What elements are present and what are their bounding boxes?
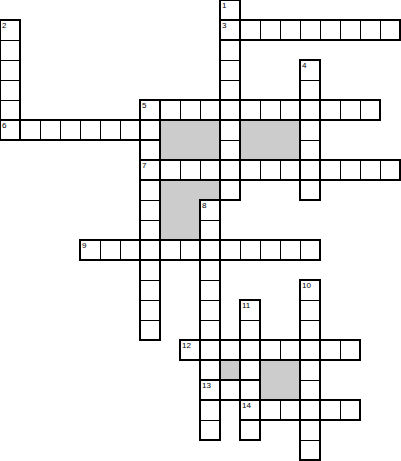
- cell-r7-c15[interactable]: [300, 140, 321, 161]
- cell-r18-c12[interactable]: [240, 360, 261, 381]
- cell-r18-c10[interactable]: [200, 360, 221, 381]
- cell-r1-c18[interactable]: [360, 20, 381, 41]
- cell-r20-c17[interactable]: [340, 400, 361, 421]
- cell-r12-c11[interactable]: [220, 240, 241, 261]
- cell-r12-c12[interactable]: [240, 240, 261, 261]
- blocked-cell-r6-c14: [281, 121, 301, 141]
- blocked-cell-r19-c13: [261, 381, 281, 401]
- cell-r10-c7[interactable]: [140, 200, 161, 221]
- cell-r16-c10[interactable]: [200, 320, 221, 341]
- cell-r15-c7[interactable]: [140, 300, 161, 321]
- cell-r6-c2[interactable]: [40, 120, 61, 141]
- cell-r12-c9[interactable]: [180, 240, 201, 261]
- cell-r4-c11[interactable]: [220, 80, 241, 101]
- cell-r6-c0[interactable]: [0, 120, 21, 141]
- blocked-cell-r7-c13: [261, 141, 281, 161]
- cell-r7-c7[interactable]: [140, 140, 161, 161]
- cell-r19-c12[interactable]: [240, 380, 261, 401]
- cell-r2-c11[interactable]: [220, 40, 241, 61]
- blocked-cell-r6-c12: [241, 121, 261, 141]
- cell-r1-c11[interactable]: [220, 20, 241, 41]
- blocked-cell-r6-c10: [201, 121, 221, 141]
- cell-r5-c9[interactable]: [180, 100, 201, 121]
- cell-r12-c8[interactable]: [160, 240, 181, 261]
- blocked-cell-r7-c10: [201, 141, 221, 161]
- blocked-cell-r18-c11: [221, 361, 241, 381]
- cell-r4-c15[interactable]: [300, 80, 321, 101]
- cell-r17-c17[interactable]: [340, 340, 361, 361]
- blocked-cell-r7-c12: [241, 141, 261, 161]
- cell-r15-c10[interactable]: [200, 300, 221, 321]
- cell-r1-c0[interactable]: [0, 20, 21, 41]
- cell-r12-c4[interactable]: [80, 240, 101, 261]
- cell-r11-c10[interactable]: [200, 220, 221, 241]
- cell-r8-c18[interactable]: [360, 160, 381, 181]
- blocked-cell-r10-c9: [181, 201, 201, 221]
- cell-r20-c13[interactable]: [260, 400, 281, 421]
- cell-r3-c0[interactable]: [0, 60, 21, 81]
- cell-r20-c12[interactable]: [240, 400, 261, 421]
- cell-r8-c12[interactable]: [240, 160, 261, 181]
- cell-r10-c10[interactable]: [200, 200, 221, 221]
- cell-r15-c15[interactable]: [300, 300, 321, 321]
- cell-r6-c11[interactable]: [220, 120, 241, 141]
- cell-r17-c16[interactable]: [320, 340, 341, 361]
- cell-r5-c0[interactable]: [0, 100, 21, 121]
- cell-r6-c5[interactable]: [100, 120, 121, 141]
- cell-r9-c7[interactable]: [140, 180, 161, 201]
- cell-r19-c15[interactable]: [300, 380, 321, 401]
- cell-r17-c14[interactable]: [280, 340, 301, 361]
- cell-r1-c14[interactable]: [280, 20, 301, 41]
- cell-r6-c7[interactable]: [140, 120, 161, 141]
- cell-r22-c15[interactable]: [300, 440, 321, 461]
- cell-r1-c13[interactable]: [260, 20, 281, 41]
- cell-r9-c11[interactable]: [220, 180, 241, 201]
- cell-r8-c13[interactable]: [260, 160, 281, 181]
- blocked-cell-r7-c14: [281, 141, 301, 161]
- blocked-cell-r6-c13: [261, 121, 281, 141]
- blocked-cell-r10-c8: [161, 201, 181, 221]
- cell-r1-c15[interactable]: [300, 20, 321, 41]
- cell-r12-c5[interactable]: [100, 240, 121, 261]
- cell-r3-c15[interactable]: [300, 60, 321, 81]
- cell-r5-c12[interactable]: [240, 100, 261, 121]
- cell-r5-c7[interactable]: [140, 100, 161, 121]
- cell-r16-c12[interactable]: [240, 320, 261, 341]
- cell-r5-c14[interactable]: [280, 100, 301, 121]
- cell-r20-c16[interactable]: [320, 400, 341, 421]
- blocked-cell-r7-c8: [161, 141, 181, 161]
- cell-r5-c8[interactable]: [160, 100, 181, 121]
- cell-r5-c13[interactable]: [260, 100, 281, 121]
- cell-r17-c9[interactable]: [180, 340, 201, 361]
- cell-r8-c11[interactable]: [220, 160, 241, 181]
- cell-r16-c15[interactable]: [300, 320, 321, 341]
- blocked-cell-r18-c14: [281, 361, 301, 381]
- crossword-grid: 1234567891011121314: [0, 0, 401, 461]
- cell-r2-c0[interactable]: [0, 40, 21, 61]
- blocked-cell-r7-c9: [181, 141, 201, 161]
- blocked-cell-r9-c10: [201, 181, 221, 201]
- cell-r13-c10[interactable]: [200, 260, 221, 281]
- cell-r12-c6[interactable]: [120, 240, 141, 261]
- blocked-cell-r6-c8: [161, 121, 181, 141]
- cell-r1-c16[interactable]: [320, 20, 341, 41]
- blocked-cell-r6-c9: [181, 121, 201, 141]
- cell-r5-c15[interactable]: [300, 100, 321, 121]
- cell-r17-c13[interactable]: [260, 340, 281, 361]
- cell-r1-c17[interactable]: [340, 20, 361, 41]
- cell-r7-c11[interactable]: [220, 140, 241, 161]
- cell-r12-c15[interactable]: [300, 240, 321, 261]
- cell-r17-c10[interactable]: [200, 340, 221, 361]
- cell-r8-c9[interactable]: [180, 160, 201, 181]
- cell-r17-c11[interactable]: [220, 340, 241, 361]
- blocked-cell-r18-c13: [261, 361, 281, 381]
- cell-r11-c7[interactable]: [140, 220, 161, 241]
- cell-r12-c7[interactable]: [140, 240, 161, 261]
- cell-r8-c7[interactable]: [140, 160, 161, 181]
- cell-r20-c14[interactable]: [280, 400, 301, 421]
- cell-r21-c12[interactable]: [240, 420, 261, 441]
- cell-r21-c10[interactable]: [200, 420, 221, 441]
- blocked-cell-r19-c14: [281, 381, 301, 401]
- cell-r9-c15[interactable]: [300, 180, 321, 201]
- cell-r3-c11[interactable]: [220, 60, 241, 81]
- cell-r12-c13[interactable]: [260, 240, 281, 261]
- cell-r15-c12[interactable]: [240, 300, 261, 321]
- cell-r14-c7[interactable]: [140, 280, 161, 301]
- cell-r8-c16[interactable]: [320, 160, 341, 181]
- cell-r17-c15[interactable]: [300, 340, 321, 361]
- cell-r1-c12[interactable]: [240, 20, 261, 41]
- cell-r5-c11[interactable]: [220, 100, 241, 121]
- cell-r5-c18[interactable]: [360, 100, 381, 121]
- cell-r17-c12[interactable]: [240, 340, 261, 361]
- blocked-cell-r9-c9: [181, 181, 201, 201]
- cell-r13-c7[interactable]: [140, 260, 161, 281]
- cell-r8-c15[interactable]: [300, 160, 321, 181]
- blocked-cell-r11-c8: [161, 221, 181, 241]
- cell-r6-c6[interactable]: [120, 120, 141, 141]
- cell-r18-c15[interactable]: [300, 360, 321, 381]
- cell-r8-c17[interactable]: [340, 160, 361, 181]
- cell-r20-c10[interactable]: [200, 400, 221, 421]
- cell-r8-c10[interactable]: [200, 160, 221, 181]
- cell-r4-c0[interactable]: [0, 80, 21, 101]
- cell-r20-c15[interactable]: [300, 400, 321, 421]
- cell-r6-c15[interactable]: [300, 120, 321, 141]
- blocked-cell-r9-c8: [161, 181, 181, 201]
- cell-r14-c10[interactable]: [200, 280, 221, 301]
- cell-r6-c3[interactable]: [60, 120, 81, 141]
- cell-r8-c14[interactable]: [280, 160, 301, 181]
- cell-r16-c7[interactable]: [140, 320, 161, 341]
- cell-r12-c14[interactable]: [280, 240, 301, 261]
- cell-r19-c10[interactable]: [200, 380, 221, 401]
- blocked-cell-r11-c9: [181, 221, 201, 241]
- cell-r5-c16[interactable]: [320, 100, 341, 121]
- cell-r5-c10[interactable]: [200, 100, 221, 121]
- cell-r8-c19[interactable]: [380, 160, 401, 181]
- cell-r21-c15[interactable]: [300, 420, 321, 441]
- cell-r8-c8[interactable]: [160, 160, 181, 181]
- cell-r0-c11[interactable]: [220, 0, 241, 21]
- cell-r6-c1[interactable]: [20, 120, 41, 141]
- cell-r19-c11[interactable]: [220, 380, 241, 401]
- cell-r6-c4[interactable]: [80, 120, 101, 141]
- cell-r1-c19[interactable]: [380, 20, 401, 41]
- cell-r14-c15[interactable]: [300, 280, 321, 301]
- cell-r5-c17[interactable]: [340, 100, 361, 121]
- cell-r12-c10[interactable]: [200, 240, 221, 261]
